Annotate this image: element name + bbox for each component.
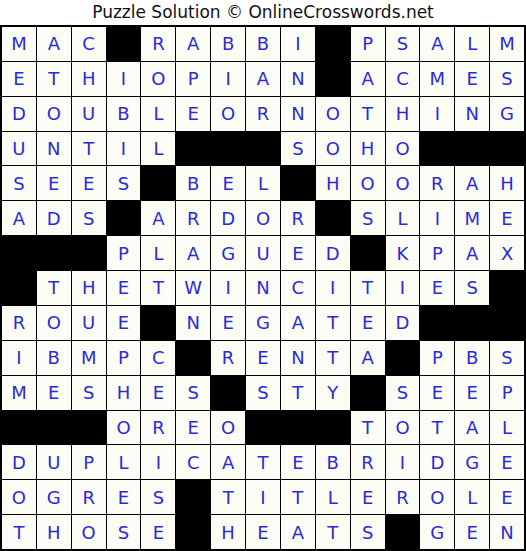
letter-cell-r2c3: H: [72, 62, 106, 96]
letter-cell-r6c15: E: [490, 201, 524, 235]
letter-cell-r4c12: O: [386, 132, 420, 166]
letter-cell-r9c12: D: [386, 306, 420, 340]
block-cell-r10c6: [176, 341, 210, 375]
letter-cell-r8c5: T: [141, 271, 175, 305]
letter-cell-r13c13: D: [420, 445, 454, 479]
letter-cell-r13c10: B: [316, 445, 350, 479]
letter-cell-r8c3: H: [72, 271, 106, 305]
letter-cell-r4c5: L: [141, 132, 175, 166]
block-cell-r9c5: [141, 306, 175, 340]
letter-cell-r15c10: T: [316, 515, 350, 549]
letter-cell-r1c14: L: [455, 27, 489, 61]
letter-cell-r15c1: T: [2, 515, 36, 549]
letter-cell-r13c9: E: [281, 445, 315, 479]
letter-cell-r1c13: A: [420, 27, 454, 61]
letter-cell-r10c15: S: [490, 341, 524, 375]
block-cell-r9c14: [455, 306, 489, 340]
block-cell-r6c4: [107, 201, 141, 235]
letter-cell-r5c1: S: [2, 166, 36, 200]
letter-cell-r6c1: A: [2, 201, 36, 235]
letter-cell-r6c11: S: [351, 201, 385, 235]
block-cell-r15c6: [176, 515, 210, 549]
letter-cell-r13c6: C: [176, 445, 210, 479]
block-cell-r12c1: [2, 411, 36, 445]
letter-cell-r14c15: E: [490, 480, 524, 514]
letter-cell-r3c3: U: [72, 97, 106, 131]
block-cell-r6c10: [316, 201, 350, 235]
letter-cell-r3c1: D: [2, 97, 36, 131]
block-cell-r1c4: [107, 27, 141, 61]
letter-cell-r15c5: E: [141, 515, 175, 549]
letter-cell-r3c11: T: [351, 97, 385, 131]
letter-cell-r12c7: O: [211, 411, 245, 445]
letter-cell-r2c13: M: [420, 62, 454, 96]
letter-cell-r13c4: L: [107, 445, 141, 479]
letter-cell-r14c8: I: [246, 480, 280, 514]
letter-cell-r10c14: B: [455, 341, 489, 375]
letter-cell-r2c9: N: [281, 62, 315, 96]
letter-cell-r14c7: T: [211, 480, 245, 514]
letter-cell-r15c2: H: [37, 515, 71, 549]
letter-cell-r6c5: A: [141, 201, 175, 235]
letter-cell-r13c2: U: [37, 445, 71, 479]
letter-cell-r11c5: E: [141, 376, 175, 410]
block-cell-r4c7: [211, 132, 245, 166]
letter-cell-r4c9: S: [281, 132, 315, 166]
letter-cell-r8c13: E: [420, 271, 454, 305]
letter-cell-r11c15: P: [490, 376, 524, 410]
letter-cell-r7c10: D: [316, 236, 350, 270]
letter-cell-r8c2: T: [37, 271, 71, 305]
letter-cell-r10c7: R: [211, 341, 245, 375]
letter-cell-r10c5: C: [141, 341, 175, 375]
letter-cell-r1c5: R: [141, 27, 175, 61]
letter-cell-r5c14: A: [455, 166, 489, 200]
letter-cell-r14c12: R: [386, 480, 420, 514]
letter-cell-r7c7: G: [211, 236, 245, 270]
letter-cell-r15c11: S: [351, 515, 385, 549]
block-cell-r5c9: [281, 166, 315, 200]
letter-cell-r11c8: S: [246, 376, 280, 410]
letter-cell-r12c4: O: [107, 411, 141, 445]
letter-cell-r3c6: E: [176, 97, 210, 131]
letter-cell-r1c2: A: [37, 27, 71, 61]
letter-cell-r13c1: D: [2, 445, 36, 479]
letter-cell-r6c2: D: [37, 201, 71, 235]
letter-cell-r4c2: N: [37, 132, 71, 166]
letter-cell-r7c9: E: [281, 236, 315, 270]
letter-cell-r9c3: U: [72, 306, 106, 340]
letter-cell-r13c15: E: [490, 445, 524, 479]
letter-cell-r10c4: P: [107, 341, 141, 375]
block-cell-r15c12: [386, 515, 420, 549]
block-cell-r8c15: [490, 271, 524, 305]
letter-cell-r2c12: C: [386, 62, 420, 96]
letter-cell-r8c7: I: [211, 271, 245, 305]
letter-cell-r7c8: U: [246, 236, 280, 270]
letter-cell-r8c6: W: [176, 271, 210, 305]
title-bar: Puzzle Solution © OnlineCrosswords.net: [0, 0, 526, 25]
letter-cell-r14c3: R: [72, 480, 106, 514]
letter-cell-r5c8: L: [246, 166, 280, 200]
letter-cell-r3c7: O: [211, 97, 245, 131]
letter-cell-r8c11: T: [351, 271, 385, 305]
letter-cell-r2c5: O: [141, 62, 175, 96]
letter-cell-r5c13: R: [420, 166, 454, 200]
letter-cell-r5c12: O: [386, 166, 420, 200]
letter-cell-r10c9: N: [281, 341, 315, 375]
letter-cell-r12c6: E: [176, 411, 210, 445]
letter-cell-r11c3: S: [72, 376, 106, 410]
letter-cell-r7c12: K: [386, 236, 420, 270]
letter-cell-r12c15: L: [490, 411, 524, 445]
letter-cell-r2c2: T: [37, 62, 71, 96]
letter-cell-r1c15: M: [490, 27, 524, 61]
crossword-grid: MACRABBIPSALMETHIOPIANACMESDOUBLEORNOTHI…: [0, 25, 526, 551]
block-cell-r9c13: [420, 306, 454, 340]
letter-cell-r10c1: I: [2, 341, 36, 375]
letter-cell-r13c8: T: [246, 445, 280, 479]
letter-cell-r10c2: B: [37, 341, 71, 375]
letter-cell-r1c3: C: [72, 27, 106, 61]
letter-cell-r11c4: H: [107, 376, 141, 410]
letter-cell-r6c9: R: [281, 201, 315, 235]
letter-cell-r7c6: A: [176, 236, 210, 270]
letter-cell-r8c14: S: [455, 271, 489, 305]
letter-cell-r5c15: H: [490, 166, 524, 200]
letter-cell-r2c14: E: [455, 62, 489, 96]
letter-cell-r3c2: O: [37, 97, 71, 131]
letter-cell-r4c4: I: [107, 132, 141, 166]
letter-cell-r3c9: N: [281, 97, 315, 131]
block-cell-r9c15: [490, 306, 524, 340]
letter-cell-r12c14: A: [455, 411, 489, 445]
letter-cell-r14c4: E: [107, 480, 141, 514]
letter-cell-r15c9: A: [281, 515, 315, 549]
letter-cell-r15c15: N: [490, 515, 524, 549]
letter-cell-r15c3: O: [72, 515, 106, 549]
letter-cell-r9c1: R: [2, 306, 36, 340]
block-cell-r8c1: [2, 271, 36, 305]
block-cell-r11c11: [351, 376, 385, 410]
block-cell-r11c7: [211, 376, 245, 410]
block-cell-r12c9: [281, 411, 315, 445]
letter-cell-r14c13: O: [420, 480, 454, 514]
letter-cell-r3c8: R: [246, 97, 280, 131]
letter-cell-r8c9: C: [281, 271, 315, 305]
letter-cell-r9c10: T: [316, 306, 350, 340]
letter-cell-r11c9: T: [281, 376, 315, 410]
letter-cell-r7c14: A: [455, 236, 489, 270]
block-cell-r4c13: [420, 132, 454, 166]
letter-cell-r15c14: E: [455, 515, 489, 549]
block-cell-r12c8: [246, 411, 280, 445]
letter-cell-r4c3: T: [72, 132, 106, 166]
letter-cell-r5c11: O: [351, 166, 385, 200]
letter-cell-r12c5: R: [141, 411, 175, 445]
block-cell-r12c10: [316, 411, 350, 445]
block-cell-r7c2: [37, 236, 71, 270]
letter-cell-r6c3: S: [72, 201, 106, 235]
letter-cell-r2c15: S: [490, 62, 524, 96]
block-cell-r4c6: [176, 132, 210, 166]
letter-cell-r13c7: A: [211, 445, 245, 479]
letter-cell-r7c15: X: [490, 236, 524, 270]
letter-cell-r1c6: A: [176, 27, 210, 61]
letter-cell-r13c5: I: [141, 445, 175, 479]
letter-cell-r15c7: H: [211, 515, 245, 549]
letter-cell-r4c11: H: [351, 132, 385, 166]
letter-cell-r5c6: B: [176, 166, 210, 200]
letter-cell-r15c13: G: [420, 515, 454, 549]
letter-cell-r6c8: O: [246, 201, 280, 235]
letter-cell-r9c11: E: [351, 306, 385, 340]
letter-cell-r1c1: M: [2, 27, 36, 61]
letter-cell-r5c4: S: [107, 166, 141, 200]
letter-cell-r11c1: M: [2, 376, 36, 410]
letter-cell-r14c5: S: [141, 480, 175, 514]
block-cell-r12c3: [72, 411, 106, 445]
letter-cell-r2c7: I: [211, 62, 245, 96]
letter-cell-r3c5: L: [141, 97, 175, 131]
letter-cell-r8c10: I: [316, 271, 350, 305]
letter-cell-r6c14: M: [455, 201, 489, 235]
letter-cell-r14c2: G: [37, 480, 71, 514]
letter-cell-r13c12: I: [386, 445, 420, 479]
letter-cell-r2c8: A: [246, 62, 280, 96]
letter-cell-r12c11: T: [351, 411, 385, 445]
page-title: Puzzle Solution © OnlineCrosswords.net: [92, 0, 434, 25]
letter-cell-r2c6: P: [176, 62, 210, 96]
letter-cell-r8c8: N: [246, 271, 280, 305]
letter-cell-r4c1: U: [2, 132, 36, 166]
letter-cell-r11c12: S: [386, 376, 420, 410]
letter-cell-r15c8: E: [246, 515, 280, 549]
letter-cell-r6c7: D: [211, 201, 245, 235]
block-cell-r5c5: [141, 166, 175, 200]
letter-cell-r11c6: S: [176, 376, 210, 410]
letter-cell-r9c7: E: [211, 306, 245, 340]
letter-cell-r9c8: G: [246, 306, 280, 340]
letter-cell-r9c6: N: [176, 306, 210, 340]
letter-cell-r10c11: A: [351, 341, 385, 375]
letter-cell-r9c9: A: [281, 306, 315, 340]
letter-cell-r3c14: N: [455, 97, 489, 131]
letter-cell-r2c4: I: [107, 62, 141, 96]
block-cell-r4c14: [455, 132, 489, 166]
letter-cell-r14c14: L: [455, 480, 489, 514]
letter-cell-r9c4: E: [107, 306, 141, 340]
letter-cell-r7c13: P: [420, 236, 454, 270]
letter-cell-r1c8: B: [246, 27, 280, 61]
letter-cell-r14c9: T: [281, 480, 315, 514]
letter-cell-r10c8: E: [246, 341, 280, 375]
block-cell-r4c8: [246, 132, 280, 166]
letter-cell-r4c10: O: [316, 132, 350, 166]
letter-cell-r6c13: I: [420, 201, 454, 235]
letter-cell-r5c10: H: [316, 166, 350, 200]
letter-cell-r6c12: L: [386, 201, 420, 235]
letter-cell-r13c11: R: [351, 445, 385, 479]
letter-cell-r1c12: S: [386, 27, 420, 61]
letter-cell-r11c13: E: [420, 376, 454, 410]
letter-cell-r5c7: E: [211, 166, 245, 200]
letter-cell-r3c10: O: [316, 97, 350, 131]
letter-cell-r3c12: H: [386, 97, 420, 131]
letter-cell-r14c1: O: [2, 480, 36, 514]
letter-cell-r3c13: I: [420, 97, 454, 131]
letter-cell-r1c7: B: [211, 27, 245, 61]
letter-cell-r6c6: R: [176, 201, 210, 235]
letter-cell-r7c5: L: [141, 236, 175, 270]
letter-cell-r12c13: T: [420, 411, 454, 445]
block-cell-r7c3: [72, 236, 106, 270]
letter-cell-r11c10: Y: [316, 376, 350, 410]
letter-cell-r10c10: T: [316, 341, 350, 375]
block-cell-r12c2: [37, 411, 71, 445]
letter-cell-r11c2: E: [37, 376, 71, 410]
letter-cell-r2c11: A: [351, 62, 385, 96]
block-cell-r2c10: [316, 62, 350, 96]
letter-cell-r1c9: I: [281, 27, 315, 61]
block-cell-r1c10: [316, 27, 350, 61]
puzzle-solution-page: Puzzle Solution © OnlineCrosswords.net M…: [0, 0, 526, 551]
letter-cell-r13c14: G: [455, 445, 489, 479]
letter-cell-r14c11: E: [351, 480, 385, 514]
letter-cell-r2c1: E: [2, 62, 36, 96]
block-cell-r7c11: [351, 236, 385, 270]
letter-cell-r3c15: G: [490, 97, 524, 131]
block-cell-r10c12: [386, 341, 420, 375]
letter-cell-r3c4: B: [107, 97, 141, 131]
letter-cell-r8c4: E: [107, 271, 141, 305]
letter-cell-r15c4: S: [107, 515, 141, 549]
letter-cell-r7c4: P: [107, 236, 141, 270]
letter-cell-r12c12: O: [386, 411, 420, 445]
letter-cell-r14c10: L: [316, 480, 350, 514]
letter-cell-r10c13: P: [420, 341, 454, 375]
letter-cell-r9c2: O: [37, 306, 71, 340]
letter-cell-r1c11: P: [351, 27, 385, 61]
block-cell-r4c15: [490, 132, 524, 166]
block-cell-r7c1: [2, 236, 36, 270]
letter-cell-r8c12: I: [386, 271, 420, 305]
letter-cell-r10c3: M: [72, 341, 106, 375]
letter-cell-r5c2: E: [37, 166, 71, 200]
letter-cell-r5c3: E: [72, 166, 106, 200]
letter-cell-r13c3: P: [72, 445, 106, 479]
letter-cell-r11c14: E: [455, 376, 489, 410]
block-cell-r14c6: [176, 480, 210, 514]
